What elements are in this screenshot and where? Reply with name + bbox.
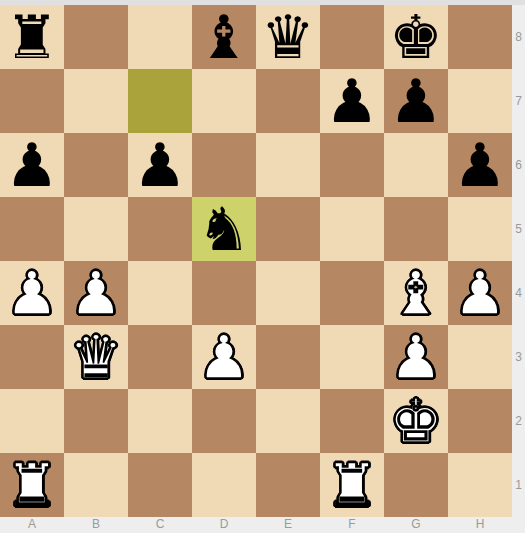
rank-label-8: 8	[512, 5, 525, 69]
square-a7[interactable]	[0, 69, 64, 133]
black-bishop[interactable]: ♝	[192, 5, 256, 69]
white-pawn[interactable]: ♟	[384, 325, 448, 389]
square-b3[interactable]: ♛	[64, 325, 128, 389]
square-a4[interactable]: ♟	[0, 261, 64, 325]
file-labels: ABCDEFGH	[0, 517, 512, 533]
white-bishop[interactable]: ♝	[384, 261, 448, 325]
square-h6[interactable]: ♟	[448, 133, 512, 197]
square-b6[interactable]	[64, 133, 128, 197]
square-a3[interactable]	[0, 325, 64, 389]
black-pawn[interactable]: ♟	[448, 133, 512, 197]
black-rook[interactable]: ♜	[0, 5, 64, 69]
square-c6[interactable]: ♟	[128, 133, 192, 197]
file-label-a: A	[0, 517, 64, 533]
square-c1[interactable]	[128, 453, 192, 517]
file-label-c: C	[128, 517, 192, 533]
square-c7[interactable]	[128, 69, 192, 133]
square-e1[interactable]	[256, 453, 320, 517]
square-b1[interactable]	[64, 453, 128, 517]
square-d1[interactable]	[192, 453, 256, 517]
square-d4[interactable]	[192, 261, 256, 325]
square-h3[interactable]	[448, 325, 512, 389]
square-e7[interactable]	[256, 69, 320, 133]
rank-label-1: 1	[512, 453, 525, 517]
square-f4[interactable]	[320, 261, 384, 325]
square-c5[interactable]	[128, 197, 192, 261]
square-b4[interactable]: ♟	[64, 261, 128, 325]
square-e2[interactable]	[256, 389, 320, 453]
square-d6[interactable]	[192, 133, 256, 197]
square-f7[interactable]: ♟	[320, 69, 384, 133]
black-pawn[interactable]: ♟	[384, 69, 448, 133]
square-h4[interactable]: ♟	[448, 261, 512, 325]
white-pawn[interactable]: ♟	[192, 325, 256, 389]
square-e3[interactable]	[256, 325, 320, 389]
square-b2[interactable]	[64, 389, 128, 453]
rank-label-7: 7	[512, 69, 525, 133]
square-e8[interactable]: ♛	[256, 5, 320, 69]
square-d3[interactable]: ♟	[192, 325, 256, 389]
file-label-f: F	[320, 517, 384, 533]
rank-label-4: 4	[512, 261, 525, 325]
file-label-h: H	[448, 517, 512, 533]
square-h5[interactable]	[448, 197, 512, 261]
square-d8[interactable]: ♝	[192, 5, 256, 69]
square-d5[interactable]: ♞	[192, 197, 256, 261]
square-d2[interactable]	[192, 389, 256, 453]
square-b7[interactable]	[64, 69, 128, 133]
square-g8[interactable]: ♚	[384, 5, 448, 69]
square-e5[interactable]	[256, 197, 320, 261]
square-g4[interactable]: ♝	[384, 261, 448, 325]
square-f2[interactable]	[320, 389, 384, 453]
square-e4[interactable]	[256, 261, 320, 325]
square-c3[interactable]	[128, 325, 192, 389]
square-g7[interactable]: ♟	[384, 69, 448, 133]
square-f6[interactable]	[320, 133, 384, 197]
black-pawn[interactable]: ♟	[320, 69, 384, 133]
square-h1[interactable]	[448, 453, 512, 517]
square-a8[interactable]: ♜	[0, 5, 64, 69]
white-pawn[interactable]: ♟	[0, 261, 64, 325]
square-f8[interactable]	[320, 5, 384, 69]
file-label-d: D	[192, 517, 256, 533]
white-pawn[interactable]: ♟	[64, 261, 128, 325]
square-g2[interactable]: ♚	[384, 389, 448, 453]
square-b5[interactable]	[64, 197, 128, 261]
rank-label-2: 2	[512, 389, 525, 453]
black-pawn[interactable]: ♟	[0, 133, 64, 197]
rank-label-3: 3	[512, 325, 525, 389]
black-knight[interactable]: ♞	[192, 197, 256, 261]
black-king[interactable]: ♚	[384, 5, 448, 69]
black-queen[interactable]: ♛	[256, 5, 320, 69]
chess-board: ♜♝♛♚♟♟♟♟♟♞♟♟♝♟♛♟♟♚♜♜	[0, 5, 512, 517]
square-h8[interactable]	[448, 5, 512, 69]
file-label-b: B	[64, 517, 128, 533]
square-a1[interactable]: ♜	[0, 453, 64, 517]
square-f3[interactable]	[320, 325, 384, 389]
file-label-g: G	[384, 517, 448, 533]
square-c4[interactable]	[128, 261, 192, 325]
square-b8[interactable]	[64, 5, 128, 69]
chess-app-frame: ♜♝♛♚♟♟♟♟♟♞♟♟♝♟♛♟♟♚♜♜ 87654321 ABCDEFGH	[0, 0, 525, 533]
rank-label-6: 6	[512, 133, 525, 197]
square-g3[interactable]: ♟	[384, 325, 448, 389]
square-h2[interactable]	[448, 389, 512, 453]
square-e6[interactable]	[256, 133, 320, 197]
square-c8[interactable]	[128, 5, 192, 69]
square-c2[interactable]	[128, 389, 192, 453]
white-king[interactable]: ♚	[384, 389, 448, 453]
square-a5[interactable]	[0, 197, 64, 261]
square-f5[interactable]	[320, 197, 384, 261]
square-g1[interactable]	[384, 453, 448, 517]
black-pawn[interactable]: ♟	[128, 133, 192, 197]
square-f1[interactable]: ♜	[320, 453, 384, 517]
rank-label-5: 5	[512, 197, 525, 261]
white-rook[interactable]: ♜	[320, 453, 384, 517]
white-rook[interactable]: ♜	[0, 453, 64, 517]
square-h7[interactable]	[448, 69, 512, 133]
white-queen[interactable]: ♛	[64, 325, 128, 389]
rank-labels: 87654321	[512, 5, 525, 517]
square-g6[interactable]	[384, 133, 448, 197]
square-g5[interactable]	[384, 197, 448, 261]
file-label-e: E	[256, 517, 320, 533]
square-a6[interactable]: ♟	[0, 133, 64, 197]
white-pawn[interactable]: ♟	[448, 261, 512, 325]
square-a2[interactable]	[0, 389, 64, 453]
square-d7[interactable]	[192, 69, 256, 133]
